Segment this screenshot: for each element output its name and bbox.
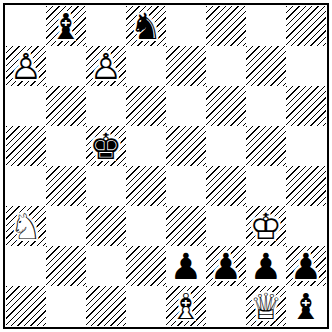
- piece-black-pawn-e2: ♟♟: [166, 246, 206, 286]
- square-g1[interactable]: ♛♕: [246, 286, 286, 326]
- square-f2[interactable]: ♟♟: [206, 246, 246, 286]
- piece-white-bishop-e1: ♝♗: [166, 286, 206, 326]
- piece-black-pawn-g2: ♟♟: [246, 246, 286, 286]
- square-g7[interactable]: [246, 46, 286, 86]
- square-b1[interactable]: [46, 286, 86, 326]
- square-d3[interactable]: [126, 206, 166, 246]
- square-g4[interactable]: [246, 166, 286, 206]
- piece-glyph: ♙: [6, 46, 46, 86]
- square-b4[interactable]: [46, 166, 86, 206]
- piece-white-pawn-c7: ♟♙: [86, 46, 126, 86]
- square-d2[interactable]: [126, 246, 166, 286]
- piece-black-knight-d8: ♞♞: [126, 6, 166, 46]
- square-b2[interactable]: [46, 246, 86, 286]
- piece-white-pawn-a7: ♟♙: [6, 46, 46, 86]
- square-d1[interactable]: [126, 286, 166, 326]
- square-b3[interactable]: [46, 206, 86, 246]
- chess-board: ♝♝♞♞♟♙♟♙♚♚♞♘♚♔♟♟♟♟♟♟♟♟♝♗♛♕♝♝: [6, 6, 326, 326]
- piece-white-knight-a3: ♞♘: [6, 206, 46, 246]
- square-h2[interactable]: ♟♟: [286, 246, 326, 286]
- square-d8[interactable]: ♞♞: [126, 6, 166, 46]
- piece-glyph: ♞: [126, 6, 166, 46]
- piece-glyph: ♙: [86, 46, 126, 86]
- square-h1[interactable]: ♝♝: [286, 286, 326, 326]
- square-a6[interactable]: [6, 86, 46, 126]
- square-e8[interactable]: [166, 6, 206, 46]
- square-h6[interactable]: [286, 86, 326, 126]
- square-h4[interactable]: [286, 166, 326, 206]
- square-e2[interactable]: ♟♟: [166, 246, 206, 286]
- square-f6[interactable]: [206, 86, 246, 126]
- square-g2[interactable]: ♟♟: [246, 246, 286, 286]
- piece-white-queen-g1: ♛♕: [246, 286, 286, 326]
- square-e3[interactable]: [166, 206, 206, 246]
- piece-glyph: ♟: [166, 246, 206, 286]
- square-h7[interactable]: [286, 46, 326, 86]
- piece-black-pawn-h2: ♟♟: [286, 246, 326, 286]
- piece-glyph: ♟: [206, 246, 246, 286]
- piece-black-bishop-b8: ♝♝: [46, 6, 86, 46]
- square-f3[interactable]: [206, 206, 246, 246]
- square-b7[interactable]: [46, 46, 86, 86]
- square-e6[interactable]: [166, 86, 206, 126]
- square-h8[interactable]: [286, 6, 326, 46]
- square-c1[interactable]: [86, 286, 126, 326]
- square-a2[interactable]: [6, 246, 46, 286]
- piece-glyph: ♟: [286, 246, 326, 286]
- square-e5[interactable]: [166, 126, 206, 166]
- square-g5[interactable]: [246, 126, 286, 166]
- square-a7[interactable]: ♟♙: [6, 46, 46, 86]
- square-a3[interactable]: ♞♘: [6, 206, 46, 246]
- square-f7[interactable]: [206, 46, 246, 86]
- square-f4[interactable]: [206, 166, 246, 206]
- square-b5[interactable]: [46, 126, 86, 166]
- piece-glyph: ♘: [6, 206, 46, 246]
- square-b6[interactable]: [46, 86, 86, 126]
- square-d5[interactable]: [126, 126, 166, 166]
- square-f5[interactable]: [206, 126, 246, 166]
- square-f8[interactable]: [206, 6, 246, 46]
- square-c7[interactable]: ♟♙: [86, 46, 126, 86]
- piece-black-king-c5: ♚♚: [86, 126, 126, 166]
- piece-glyph: ♝: [286, 286, 326, 326]
- square-c3[interactable]: [86, 206, 126, 246]
- square-c2[interactable]: [86, 246, 126, 286]
- square-c6[interactable]: [86, 86, 126, 126]
- square-e4[interactable]: [166, 166, 206, 206]
- board-frame: ♝♝♞♞♟♙♟♙♚♚♞♘♚♔♟♟♟♟♟♟♟♟♝♗♛♕♝♝: [3, 3, 329, 329]
- square-f1[interactable]: [206, 286, 246, 326]
- piece-glyph: ♗: [166, 286, 206, 326]
- piece-black-bishop-h1: ♝♝: [286, 286, 326, 326]
- piece-glyph: ♕: [246, 286, 286, 326]
- square-c4[interactable]: [86, 166, 126, 206]
- piece-glyph: ♝: [46, 6, 86, 46]
- square-g6[interactable]: [246, 86, 286, 126]
- piece-glyph: ♟: [246, 246, 286, 286]
- piece-black-pawn-f2: ♟♟: [206, 246, 246, 286]
- piece-glyph: ♔: [246, 206, 286, 246]
- square-a1[interactable]: [6, 286, 46, 326]
- square-c5[interactable]: ♚♚: [86, 126, 126, 166]
- square-g3[interactable]: ♚♔: [246, 206, 286, 246]
- square-a5[interactable]: [6, 126, 46, 166]
- square-d7[interactable]: [126, 46, 166, 86]
- square-a8[interactable]: [6, 6, 46, 46]
- square-b8[interactable]: ♝♝: [46, 6, 86, 46]
- piece-glyph: ♚: [86, 126, 126, 166]
- square-e7[interactable]: [166, 46, 206, 86]
- square-a4[interactable]: [6, 166, 46, 206]
- square-h5[interactable]: [286, 126, 326, 166]
- square-e1[interactable]: ♝♗: [166, 286, 206, 326]
- piece-white-king-g3: ♚♔: [246, 206, 286, 246]
- square-g8[interactable]: [246, 6, 286, 46]
- square-d4[interactable]: [126, 166, 166, 206]
- square-d6[interactable]: [126, 86, 166, 126]
- square-h3[interactable]: [286, 206, 326, 246]
- square-c8[interactable]: [86, 6, 126, 46]
